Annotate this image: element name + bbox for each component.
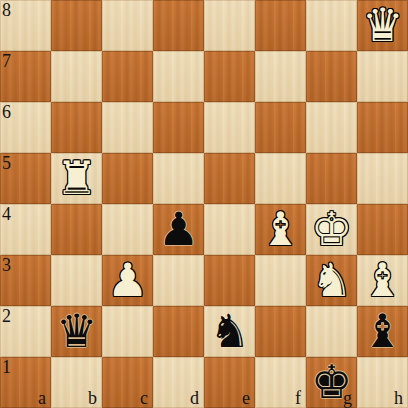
rank-label-2: 2 <box>2 307 11 325</box>
square-c5[interactable] <box>102 153 153 204</box>
square-h6[interactable] <box>357 102 408 153</box>
square-b8[interactable] <box>51 0 102 51</box>
square-c4[interactable] <box>102 204 153 255</box>
square-d3[interactable] <box>153 255 204 306</box>
square-e4[interactable] <box>204 204 255 255</box>
square-f2[interactable] <box>255 306 306 357</box>
square-f7[interactable] <box>255 51 306 102</box>
piece-white-bishop-f4[interactable]: ♝ <box>255 204 306 255</box>
square-f8[interactable] <box>255 0 306 51</box>
square-h2[interactable]: ♝ <box>357 306 408 357</box>
square-e3[interactable] <box>204 255 255 306</box>
square-d6[interactable] <box>153 102 204 153</box>
square-h4[interactable] <box>357 204 408 255</box>
square-h8[interactable]: ♛ <box>357 0 408 51</box>
piece-white-knight-g3[interactable]: ♞ <box>306 255 357 306</box>
square-a3[interactable]: 3 <box>0 255 51 306</box>
square-e2[interactable]: ♞ <box>204 306 255 357</box>
rank-label-3: 3 <box>2 256 11 274</box>
file-label-f: f <box>295 389 301 407</box>
square-b4[interactable] <box>51 204 102 255</box>
square-b6[interactable] <box>51 102 102 153</box>
piece-white-rook-b5[interactable]: ♜ <box>51 153 102 204</box>
square-e8[interactable] <box>204 0 255 51</box>
piece-black-bishop-h2[interactable]: ♝ <box>357 306 408 357</box>
square-c3[interactable]: ♟ <box>102 255 153 306</box>
square-f6[interactable] <box>255 102 306 153</box>
square-f3[interactable] <box>255 255 306 306</box>
square-c8[interactable] <box>102 0 153 51</box>
square-b5[interactable]: ♜ <box>51 153 102 204</box>
square-e7[interactable] <box>204 51 255 102</box>
square-d1[interactable]: d <box>153 357 204 408</box>
square-b7[interactable] <box>51 51 102 102</box>
square-f4[interactable]: ♝ <box>255 204 306 255</box>
piece-white-bishop-h3[interactable]: ♝ <box>357 255 408 306</box>
chess-board: 8♛765♜4♟♝♚3♟♞♝2♛♞♝1abcdefg♚h <box>0 0 408 408</box>
piece-white-pawn-c3[interactable]: ♟ <box>102 255 153 306</box>
piece-black-pawn-d4[interactable]: ♟ <box>153 204 204 255</box>
file-label-c: c <box>140 389 148 407</box>
square-b2[interactable]: ♛ <box>51 306 102 357</box>
square-a4[interactable]: 4 <box>0 204 51 255</box>
rank-label-5: 5 <box>2 154 11 172</box>
square-h1[interactable]: h <box>357 357 408 408</box>
piece-black-knight-e2[interactable]: ♞ <box>204 306 255 357</box>
square-e6[interactable] <box>204 102 255 153</box>
rank-label-8: 8 <box>2 1 11 19</box>
square-g2[interactable] <box>306 306 357 357</box>
square-c7[interactable] <box>102 51 153 102</box>
square-g8[interactable] <box>306 0 357 51</box>
square-g4[interactable]: ♚ <box>306 204 357 255</box>
rank-label-6: 6 <box>2 103 11 121</box>
square-d5[interactable] <box>153 153 204 204</box>
square-g6[interactable] <box>306 102 357 153</box>
square-a5[interactable]: 5 <box>0 153 51 204</box>
piece-white-queen-h8[interactable]: ♛ <box>357 0 408 51</box>
square-e1[interactable]: e <box>204 357 255 408</box>
square-g7[interactable] <box>306 51 357 102</box>
file-label-h: h <box>394 389 403 407</box>
square-c1[interactable]: c <box>102 357 153 408</box>
square-g1[interactable]: g♚ <box>306 357 357 408</box>
rank-label-1: 1 <box>2 358 11 376</box>
square-d7[interactable] <box>153 51 204 102</box>
square-h7[interactable] <box>357 51 408 102</box>
square-c2[interactable] <box>102 306 153 357</box>
square-e5[interactable] <box>204 153 255 204</box>
square-a2[interactable]: 2 <box>0 306 51 357</box>
square-a7[interactable]: 7 <box>0 51 51 102</box>
file-label-e: e <box>242 389 250 407</box>
square-h3[interactable]: ♝ <box>357 255 408 306</box>
square-d8[interactable] <box>153 0 204 51</box>
piece-black-queen-b2[interactable]: ♛ <box>51 306 102 357</box>
square-a1[interactable]: 1a <box>0 357 51 408</box>
piece-white-king-g4[interactable]: ♚ <box>306 204 357 255</box>
file-label-a: a <box>38 389 46 407</box>
rank-label-4: 4 <box>2 205 11 223</box>
file-label-d: d <box>190 389 199 407</box>
square-f1[interactable]: f <box>255 357 306 408</box>
file-label-g: g <box>343 389 352 407</box>
file-label-b: b <box>88 389 97 407</box>
square-g3[interactable]: ♞ <box>306 255 357 306</box>
rank-label-7: 7 <box>2 52 11 70</box>
square-h5[interactable] <box>357 153 408 204</box>
square-d2[interactable] <box>153 306 204 357</box>
square-b1[interactable]: b <box>51 357 102 408</box>
square-b3[interactable] <box>51 255 102 306</box>
square-g5[interactable] <box>306 153 357 204</box>
square-c6[interactable] <box>102 102 153 153</box>
square-f5[interactable] <box>255 153 306 204</box>
square-d4[interactable]: ♟ <box>153 204 204 255</box>
square-a6[interactable]: 6 <box>0 102 51 153</box>
square-a8[interactable]: 8 <box>0 0 51 51</box>
